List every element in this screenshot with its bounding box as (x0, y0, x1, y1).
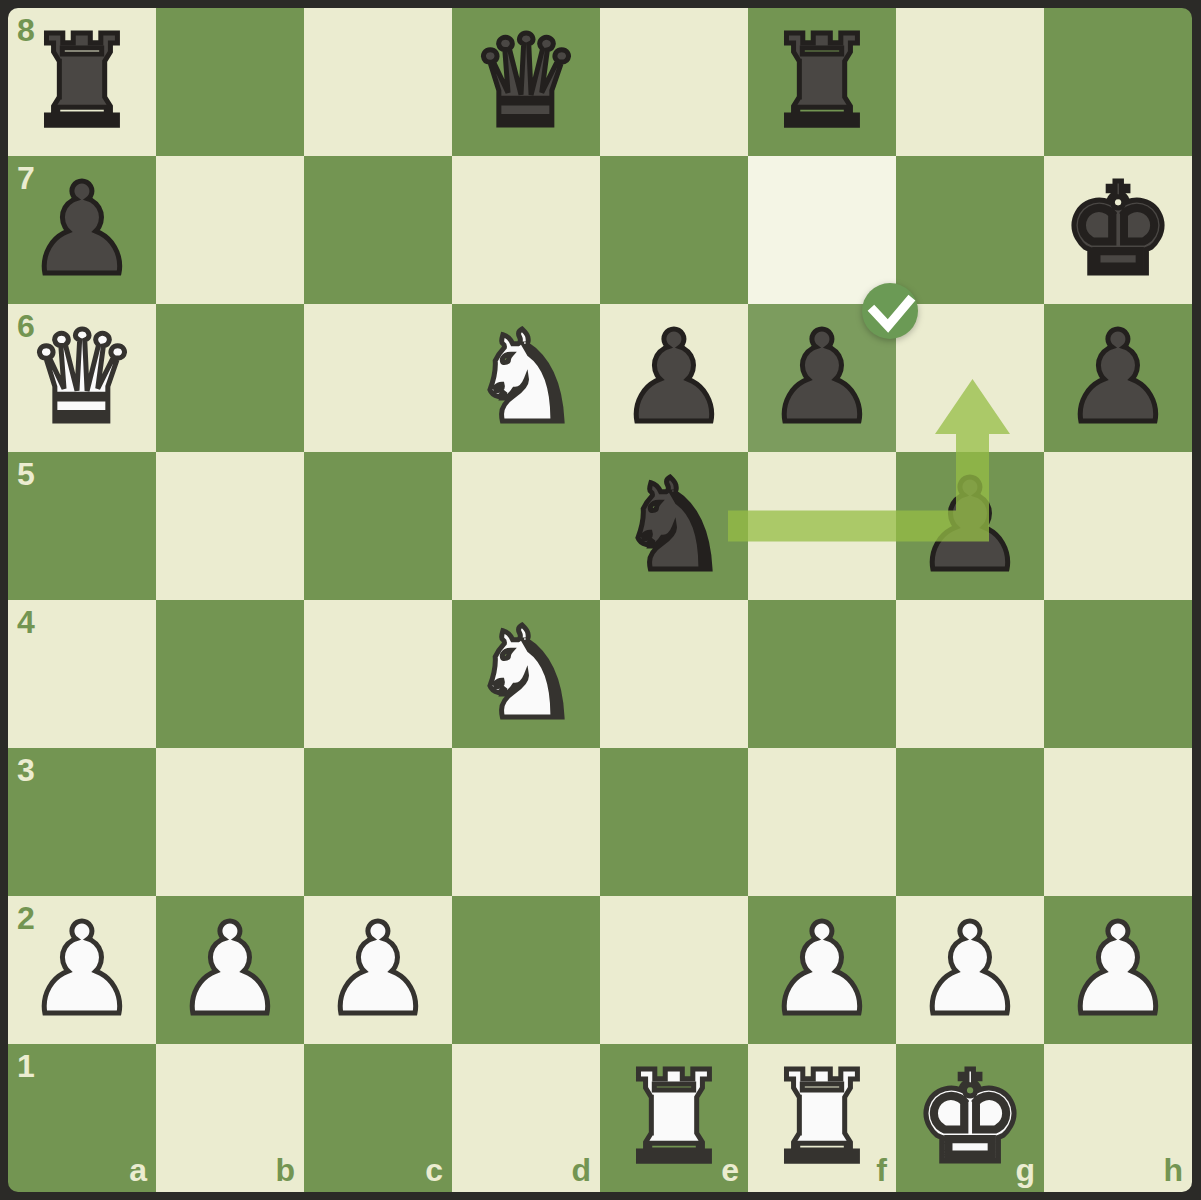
square-h8[interactable] (1044, 8, 1192, 156)
highlight-f7 (748, 156, 896, 304)
white-pawn[interactable]: ♟ (174, 896, 287, 1044)
square-g4[interactable] (896, 600, 1044, 748)
square-g7[interactable] (896, 156, 1044, 304)
chess-board: 8♜♛♜7♟♚6♛♞♟♟♟5♞♟4♞32♟♟♟♟♟♟1abcde♜f♜g♚h (8, 8, 1192, 1192)
square-h4[interactable] (1044, 600, 1192, 748)
white-pawn[interactable]: ♟ (1062, 896, 1175, 1044)
square-f4[interactable] (748, 600, 896, 748)
square-c4[interactable] (304, 600, 452, 748)
square-h3[interactable] (1044, 748, 1192, 896)
square-b5[interactable] (156, 452, 304, 600)
square-e6[interactable]: ♟ (600, 304, 748, 452)
coord-rank-5: 5 (17, 458, 35, 490)
square-g6[interactable] (896, 304, 1044, 452)
square-a2[interactable]: 2♟ (8, 896, 156, 1044)
coord-file-h: h (1163, 1154, 1183, 1186)
square-d6[interactable]: ♞ (452, 304, 600, 452)
square-g8[interactable] (896, 8, 1044, 156)
square-f2[interactable]: ♟ (748, 896, 896, 1044)
square-f7[interactable] (748, 156, 896, 304)
square-d1[interactable]: d (452, 1044, 600, 1192)
square-a7[interactable]: 7♟ (8, 156, 156, 304)
white-pawn[interactable]: ♟ (766, 896, 879, 1044)
square-g3[interactable] (896, 748, 1044, 896)
square-c7[interactable] (304, 156, 452, 304)
black-pawn[interactable]: ♟ (618, 304, 731, 452)
square-e8[interactable] (600, 8, 748, 156)
white-pawn[interactable]: ♟ (914, 896, 1027, 1044)
square-c1[interactable]: c (304, 1044, 452, 1192)
square-f5[interactable] (748, 452, 896, 600)
black-queen[interactable]: ♛ (470, 8, 583, 156)
white-rook[interactable]: ♜ (766, 1044, 879, 1192)
square-b1[interactable]: b (156, 1044, 304, 1192)
black-rook[interactable]: ♜ (26, 8, 139, 156)
square-a8[interactable]: 8♜ (8, 8, 156, 156)
coord-rank-3: 3 (17, 754, 35, 786)
white-king[interactable]: ♚ (914, 1044, 1027, 1192)
square-a5[interactable]: 5 (8, 452, 156, 600)
square-d7[interactable] (452, 156, 600, 304)
square-g2[interactable]: ♟ (896, 896, 1044, 1044)
square-f1[interactable]: f♜ (748, 1044, 896, 1192)
square-d4[interactable]: ♞ (452, 600, 600, 748)
square-b7[interactable] (156, 156, 304, 304)
black-king[interactable]: ♚ (1062, 156, 1175, 304)
square-a6[interactable]: 6♛ (8, 304, 156, 452)
square-d5[interactable] (452, 452, 600, 600)
square-b2[interactable]: ♟ (156, 896, 304, 1044)
square-c8[interactable] (304, 8, 452, 156)
square-c6[interactable] (304, 304, 452, 452)
square-c2[interactable]: ♟ (304, 896, 452, 1044)
white-pawn[interactable]: ♟ (26, 896, 139, 1044)
square-e1[interactable]: e♜ (600, 1044, 748, 1192)
black-rook[interactable]: ♜ (766, 8, 879, 156)
coord-rank-1: 1 (17, 1050, 35, 1082)
square-g5[interactable]: ♟ (896, 452, 1044, 600)
square-a3[interactable]: 3 (8, 748, 156, 896)
square-d8[interactable]: ♛ (452, 8, 600, 156)
square-e2[interactable] (600, 896, 748, 1044)
square-h7[interactable]: ♚ (1044, 156, 1192, 304)
square-b4[interactable] (156, 600, 304, 748)
square-f8[interactable]: ♜ (748, 8, 896, 156)
black-pawn[interactable]: ♟ (766, 304, 879, 452)
square-e7[interactable] (600, 156, 748, 304)
square-h6[interactable]: ♟ (1044, 304, 1192, 452)
coord-file-b: b (275, 1154, 295, 1186)
square-a1[interactable]: 1a (8, 1044, 156, 1192)
black-pawn[interactable]: ♟ (1062, 304, 1175, 452)
square-h5[interactable] (1044, 452, 1192, 600)
coord-file-d: d (571, 1154, 591, 1186)
square-d3[interactable] (452, 748, 600, 896)
square-b3[interactable] (156, 748, 304, 896)
black-knight[interactable]: ♞ (618, 452, 731, 600)
coord-file-c: c (425, 1154, 443, 1186)
square-d2[interactable] (452, 896, 600, 1044)
square-b6[interactable] (156, 304, 304, 452)
square-a4[interactable]: 4 (8, 600, 156, 748)
square-e3[interactable] (600, 748, 748, 896)
square-f3[interactable] (748, 748, 896, 896)
white-rook[interactable]: ♜ (618, 1044, 731, 1192)
square-e5[interactable]: ♞ (600, 452, 748, 600)
coord-file-a: a (129, 1154, 147, 1186)
white-pawn[interactable]: ♟ (322, 896, 435, 1044)
square-f6[interactable]: ♟ (748, 304, 896, 452)
square-e4[interactable] (600, 600, 748, 748)
square-c3[interactable] (304, 748, 452, 896)
white-knight[interactable]: ♞ (470, 600, 583, 748)
square-h1[interactable]: h (1044, 1044, 1192, 1192)
square-g1[interactable]: g♚ (896, 1044, 1044, 1192)
square-c5[interactable] (304, 452, 452, 600)
white-queen[interactable]: ♛ (26, 304, 139, 452)
black-pawn[interactable]: ♟ (26, 156, 139, 304)
black-pawn[interactable]: ♟ (914, 452, 1027, 600)
coord-rank-4: 4 (17, 606, 35, 638)
white-knight[interactable]: ♞ (470, 304, 583, 452)
square-h2[interactable]: ♟ (1044, 896, 1192, 1044)
square-b8[interactable] (156, 8, 304, 156)
